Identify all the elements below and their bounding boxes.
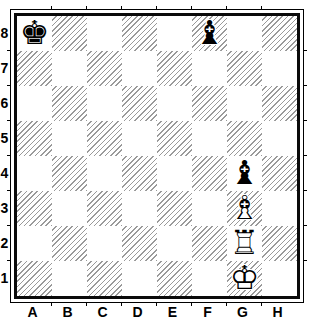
square-h3[interactable] bbox=[262, 191, 297, 226]
square-h1[interactable] bbox=[262, 261, 297, 296]
piece-glyph: ♚ bbox=[17, 15, 52, 51]
square-d7[interactable] bbox=[122, 51, 157, 86]
square-b6[interactable] bbox=[52, 86, 87, 121]
square-f7[interactable] bbox=[192, 51, 227, 86]
square-b5[interactable] bbox=[52, 121, 87, 156]
square-b7[interactable] bbox=[52, 51, 87, 86]
square-e8[interactable] bbox=[157, 16, 192, 51]
square-g7[interactable] bbox=[227, 51, 262, 86]
chess-board: ♚♚♝♝♝♝♝♗♜♖♚♔ bbox=[14, 13, 300, 299]
square-d6[interactable] bbox=[122, 86, 157, 121]
square-g1[interactable]: ♚♔ bbox=[227, 261, 262, 296]
square-d2[interactable] bbox=[122, 226, 157, 261]
piece-black-bishop[interactable]: ♝♝ bbox=[227, 156, 262, 191]
square-c5[interactable] bbox=[87, 121, 122, 156]
square-a7[interactable] bbox=[17, 51, 52, 86]
border-tick bbox=[303, 155, 307, 156]
piece-white-king[interactable]: ♚♔ bbox=[227, 261, 262, 296]
square-h7[interactable] bbox=[262, 51, 297, 86]
border-tick bbox=[303, 225, 307, 226]
square-f5[interactable] bbox=[192, 121, 227, 156]
square-f1[interactable] bbox=[192, 261, 227, 296]
square-f8[interactable]: ♝♝ bbox=[192, 16, 227, 51]
border-tick bbox=[261, 6, 262, 10]
piece-glyph: ♖ bbox=[227, 225, 262, 261]
square-e5[interactable] bbox=[157, 121, 192, 156]
square-b8[interactable] bbox=[52, 16, 87, 51]
rank-label-1: 1 bbox=[0, 261, 9, 296]
border-tick bbox=[303, 190, 307, 191]
border-tick bbox=[303, 120, 307, 121]
square-c2[interactable] bbox=[87, 226, 122, 261]
square-c7[interactable] bbox=[87, 51, 122, 86]
square-d4[interactable] bbox=[122, 156, 157, 191]
square-g2[interactable]: ♜♖ bbox=[227, 226, 262, 261]
border-tick bbox=[303, 50, 307, 51]
square-e6[interactable] bbox=[157, 86, 192, 121]
square-e3[interactable] bbox=[157, 191, 192, 226]
square-e2[interactable] bbox=[157, 226, 192, 261]
border-tick bbox=[86, 6, 87, 10]
square-c1[interactable] bbox=[87, 261, 122, 296]
rank-label-2: 2 bbox=[0, 226, 9, 261]
square-e4[interactable] bbox=[157, 156, 192, 191]
square-h8[interactable] bbox=[262, 16, 297, 51]
file-label-f: F bbox=[190, 304, 225, 320]
square-g3[interactable]: ♝♗ bbox=[227, 191, 262, 226]
square-c6[interactable] bbox=[87, 86, 122, 121]
file-label-d: D bbox=[120, 304, 155, 320]
square-h5[interactable] bbox=[262, 121, 297, 156]
rank-label-5: 5 bbox=[0, 121, 9, 156]
border-tick bbox=[156, 6, 157, 10]
board-frame: ♚♚♝♝♝♝♝♗♜♖♚♔ bbox=[10, 9, 304, 303]
square-b1[interactable] bbox=[52, 261, 87, 296]
border-tick bbox=[191, 6, 192, 10]
square-g4[interactable]: ♝♝ bbox=[227, 156, 262, 191]
square-f4[interactable] bbox=[192, 156, 227, 191]
square-f3[interactable] bbox=[192, 191, 227, 226]
square-b2[interactable] bbox=[52, 226, 87, 261]
square-b3[interactable] bbox=[52, 191, 87, 226]
rank-label-4: 4 bbox=[0, 156, 9, 191]
square-h4[interactable] bbox=[262, 156, 297, 191]
file-label-h: H bbox=[260, 304, 295, 320]
piece-glyph: ♝ bbox=[227, 155, 262, 191]
square-g5[interactable] bbox=[227, 121, 262, 156]
file-label-a: A bbox=[15, 304, 50, 320]
square-h2[interactable] bbox=[262, 226, 297, 261]
rank-label-6: 6 bbox=[0, 86, 9, 121]
rank-label-7: 7 bbox=[0, 51, 9, 86]
square-d8[interactable] bbox=[122, 16, 157, 51]
square-e7[interactable] bbox=[157, 51, 192, 86]
border-tick bbox=[121, 6, 122, 10]
square-d1[interactable] bbox=[122, 261, 157, 296]
square-a2[interactable] bbox=[17, 226, 52, 261]
square-c8[interactable] bbox=[87, 16, 122, 51]
square-a6[interactable] bbox=[17, 86, 52, 121]
square-a5[interactable] bbox=[17, 121, 52, 156]
chess-diagram: ♚♚♝♝♝♝♝♗♜♖♚♔ 87654321ABCDEFGH bbox=[0, 0, 314, 320]
file-label-e: E bbox=[155, 304, 190, 320]
border-tick bbox=[226, 6, 227, 10]
rank-label-3: 3 bbox=[0, 191, 9, 226]
square-f6[interactable] bbox=[192, 86, 227, 121]
square-a3[interactable] bbox=[17, 191, 52, 226]
piece-glyph: ♝ bbox=[192, 15, 227, 51]
square-e1[interactable] bbox=[157, 261, 192, 296]
square-a8[interactable]: ♚♚ bbox=[17, 16, 52, 51]
piece-black-king[interactable]: ♚♚ bbox=[17, 16, 52, 51]
piece-glyph: ♗ bbox=[227, 190, 262, 226]
square-f2[interactable] bbox=[192, 226, 227, 261]
square-g8[interactable] bbox=[227, 16, 262, 51]
piece-white-rook[interactable]: ♜♖ bbox=[227, 226, 262, 261]
file-label-b: B bbox=[50, 304, 85, 320]
piece-black-bishop[interactable]: ♝♝ bbox=[192, 16, 227, 51]
square-c3[interactable] bbox=[87, 191, 122, 226]
piece-glyph: ♔ bbox=[227, 260, 262, 296]
square-b4[interactable] bbox=[52, 156, 87, 191]
file-label-g: G bbox=[225, 304, 260, 320]
file-label-c: C bbox=[85, 304, 120, 320]
square-a4[interactable] bbox=[17, 156, 52, 191]
square-a1[interactable] bbox=[17, 261, 52, 296]
square-g6[interactable] bbox=[227, 86, 262, 121]
square-h6[interactable] bbox=[262, 86, 297, 121]
rank-label-8: 8 bbox=[0, 16, 9, 51]
border-tick bbox=[303, 85, 307, 86]
square-d3[interactable] bbox=[122, 191, 157, 226]
border-tick bbox=[51, 6, 52, 10]
square-d5[interactable] bbox=[122, 121, 157, 156]
border-tick bbox=[303, 260, 307, 261]
square-c4[interactable] bbox=[87, 156, 122, 191]
piece-white-bishop[interactable]: ♝♗ bbox=[227, 191, 262, 226]
